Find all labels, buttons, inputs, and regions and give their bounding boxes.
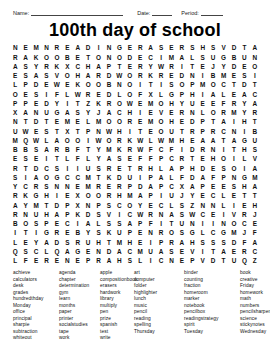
grid-cell: D (187, 118, 197, 127)
grid-cell: S (20, 248, 30, 257)
grid-cell: S (208, 44, 218, 53)
grid-cell: A (198, 174, 208, 183)
grid-cell: L (198, 229, 208, 238)
grid-cell: L (187, 53, 197, 62)
grid-cell: H (41, 192, 51, 201)
grid-cell: R (10, 164, 20, 173)
grid-cell: I (73, 220, 83, 229)
grid-cell: H (83, 63, 93, 72)
grid-cell: T (20, 229, 30, 238)
grid-cell: M (198, 81, 208, 90)
grid-cell: W (104, 127, 114, 136)
grid-cell: C (62, 174, 72, 183)
grid-cell: H (145, 164, 155, 173)
grid-cell: I (156, 81, 166, 90)
grid-cell: C (73, 63, 83, 72)
grid-cell: S (218, 164, 228, 173)
grid-cell: W (156, 137, 166, 146)
grid-cell: L (156, 164, 166, 173)
grid-cell: U (250, 137, 260, 146)
grid-cell: M (104, 146, 114, 155)
grid-cell: A (10, 63, 20, 72)
grid-cell: U (41, 109, 51, 118)
grid-cell: R (52, 229, 62, 238)
grid-cell: N (93, 127, 103, 136)
grid-cell: E (177, 118, 187, 127)
grid-cell: R (177, 155, 187, 164)
grid-cell: O (156, 100, 166, 109)
grid-cell: S (31, 146, 41, 155)
grid-cell: E (62, 229, 72, 238)
grid-cell: P (10, 100, 20, 109)
grid-cell: T (177, 127, 187, 136)
grid-cell: H (239, 118, 249, 127)
grid-cell: V (218, 44, 228, 53)
grid-cell: A (166, 164, 176, 173)
grid-cell: A (145, 183, 155, 192)
grid-cell: N (52, 183, 62, 192)
grid-cell: W (125, 100, 135, 109)
grid-cell: D (239, 81, 249, 90)
grid-cell: D (187, 146, 197, 155)
grid-cell: E (73, 257, 83, 266)
grid-cell: F (250, 229, 260, 238)
grid-cell: L (62, 90, 72, 99)
grid-cell: W (31, 137, 41, 146)
grid-cell: W (52, 81, 62, 90)
name-blank-line[interactable] (31, 11, 123, 16)
grid-cell: J (239, 229, 249, 238)
grid-cell: Y (31, 238, 41, 247)
grid-cell: M (31, 44, 41, 53)
grid-cell: E (145, 127, 155, 136)
grid-cell: P (198, 127, 208, 136)
grid-cell: L (114, 90, 124, 99)
grid-cell: H (187, 90, 197, 99)
grid-cell: Y (20, 201, 30, 210)
grid-cell: Y (31, 63, 41, 72)
grid-cell: C (208, 229, 218, 238)
name-label: Name: (13, 10, 29, 16)
grid-cell: V (229, 211, 239, 220)
grid-cell: D (31, 118, 41, 127)
grid-cell: T (83, 146, 93, 155)
grid-cell: C (156, 257, 166, 266)
grid-cell: D (31, 164, 41, 173)
grid-cell: U (177, 220, 187, 229)
grid-cell: W (93, 137, 103, 146)
grid-cell: H (177, 137, 187, 146)
grid-cell: H (239, 183, 249, 192)
grid-cell: S (125, 257, 135, 266)
grid-cell: R (166, 238, 176, 247)
grid-cell: L (156, 90, 166, 99)
grid-cell: A (114, 248, 124, 257)
grid-cell: P (156, 238, 166, 247)
grid-cell: M (83, 174, 93, 183)
grid-cell: R (114, 137, 124, 146)
grid-cell: A (239, 90, 249, 99)
grid-cell: K (104, 229, 114, 238)
grid-cell: F (20, 257, 30, 266)
grid-cell: P (156, 155, 166, 164)
grid-cell: P (83, 127, 93, 136)
grid-cell: I (114, 211, 124, 220)
word-list-item: pencilsharpener (240, 309, 270, 316)
grid-cell: O (125, 81, 135, 90)
period-blank-line[interactable] (201, 11, 223, 16)
grid-cell: T (135, 127, 145, 136)
grid-cell: O (10, 90, 20, 99)
grid-cell: I (156, 53, 166, 62)
grid-cell: I (218, 146, 228, 155)
grid-cell: I (125, 127, 135, 136)
grid-cell: P (135, 220, 145, 229)
grid-cell: E (135, 238, 145, 247)
grid-cell: R (239, 211, 249, 220)
grid-cell: C (156, 146, 166, 155)
grid-cell: E (125, 155, 135, 164)
grid-cell: T (187, 63, 197, 72)
grid-cell: S (10, 174, 20, 183)
grid-cell: H (208, 155, 218, 164)
grid-cell: J (208, 63, 218, 72)
grid-cell: R (73, 238, 83, 247)
grid-cell: I (177, 63, 187, 72)
grid-cell: G (52, 109, 62, 118)
grid-cell: T (250, 192, 260, 201)
grid-cell: T (52, 155, 62, 164)
grid-cell: F (239, 238, 249, 247)
grid-cell: P (62, 201, 72, 210)
grid-cell: I (198, 72, 208, 81)
grid-cell: S (156, 44, 166, 53)
grid-cell: R (52, 44, 62, 53)
grid-cell: E (104, 183, 114, 192)
grid-cell: J (250, 211, 260, 220)
grid-cell: N (145, 229, 155, 238)
grid-cell: L (218, 201, 228, 210)
grid-cell: T (145, 81, 155, 90)
grid-cell: N (114, 81, 124, 90)
word-list-column: agendachapterdeterminationgymlearnmonths… (59, 270, 100, 342)
grid-cell: E (229, 72, 239, 81)
grid-cell: K (93, 100, 103, 109)
grid-cell: S (198, 53, 208, 62)
grid-cell: N (187, 220, 197, 229)
grid-cell: P (198, 183, 208, 192)
grid-cell: L (239, 155, 249, 164)
grid-cell: D (52, 238, 62, 247)
period-label: Period: (181, 10, 198, 16)
grid-cell: A (83, 220, 93, 229)
grid-cell: A (250, 238, 260, 247)
grid-cell: S (93, 229, 103, 238)
grid-cell: A (166, 211, 176, 220)
grid-cell: R (104, 164, 114, 173)
grid-cell: E (229, 248, 239, 257)
grid-cell: C (250, 90, 260, 99)
grid-cell: S (62, 238, 72, 247)
grid-cell: R (114, 183, 124, 192)
grid-cell: Y (93, 146, 103, 155)
grid-cell: A (156, 248, 166, 257)
grid-cell: D (229, 63, 239, 72)
grid-cell: M (10, 137, 20, 146)
grid-cell: X (177, 183, 187, 192)
grid-cell: O (114, 118, 124, 127)
grid-cell: Q (52, 248, 62, 257)
grid-cell: I (156, 192, 166, 201)
grid-cell: A (41, 238, 51, 247)
grid-cell: S (104, 220, 114, 229)
grid-cell: N (20, 211, 30, 220)
grid-cell: E (52, 118, 62, 127)
grid-cell: Y (239, 100, 249, 109)
grid-cell: E (177, 248, 187, 257)
grid-cell: V (187, 248, 197, 257)
grid-cell: G (31, 192, 41, 201)
word-list-column: artcomputerfolderhighlighterlunchmusicpe… (134, 270, 184, 342)
grid-cell: L (41, 248, 51, 257)
grid-cell: O (41, 174, 51, 183)
grid-cell: K (31, 53, 41, 62)
grid-cell: A (135, 192, 145, 201)
grid-cell: C (156, 201, 166, 210)
grid-cell: K (104, 174, 114, 183)
grid-cell: P (41, 220, 51, 229)
grid-cell: F (52, 90, 62, 99)
grid-cell: Y (83, 109, 93, 118)
grid-cell: E (93, 90, 103, 99)
grid-cell: R (83, 90, 93, 99)
grid-cell: A (62, 109, 72, 118)
grid-cell: R (135, 63, 145, 72)
grid-cell: E (20, 44, 30, 53)
grid-cell: R (187, 127, 197, 136)
grid-cell: O (114, 53, 124, 62)
grid-cell: O (83, 81, 93, 90)
grid-cell: M (229, 229, 239, 238)
grid-cell: R (135, 72, 145, 81)
grid-cell: R (156, 229, 166, 238)
word-list-column: applecompositionbookerasershardworklibra… (100, 270, 134, 342)
grid-cell: H (125, 238, 135, 247)
grid-cell: E (73, 118, 83, 127)
grid-cell: G (218, 53, 228, 62)
grid-cell: X (73, 192, 83, 201)
grid-cell: E (125, 44, 135, 53)
grid-cell: U (114, 229, 124, 238)
grid-cell: N (10, 44, 20, 53)
grid-cell: S (52, 164, 62, 173)
grid-cell: A (31, 174, 41, 183)
grid-cell: U (31, 211, 41, 220)
grid-cell: G (41, 229, 51, 238)
grid-cell: E (145, 109, 155, 118)
grid-cell: N (10, 118, 20, 127)
grid-cell: I (250, 72, 260, 81)
grid-cell: N (62, 257, 72, 266)
grid-cell: T (166, 220, 176, 229)
grid-cell: R (156, 72, 166, 81)
grid-cell: X (10, 109, 20, 118)
grid-cell: S (104, 201, 114, 210)
grid-cell: D (41, 100, 51, 109)
grid-cell: G (73, 248, 83, 257)
grid-cell: P (104, 63, 114, 72)
grid-cell: I (83, 137, 93, 146)
grid-cell: L (218, 90, 228, 99)
grid-cell: C (114, 109, 124, 118)
grid-cell: Y (135, 201, 145, 210)
grid-cell: Z (187, 201, 197, 210)
grid-cell: O (104, 118, 114, 127)
grid-cell: E (166, 109, 176, 118)
grid-cell: R (41, 63, 51, 72)
date-label: Date: (137, 10, 150, 16)
grid-cell: B (10, 146, 20, 155)
grid-cell: S (93, 211, 103, 220)
grid-cell: T (41, 201, 51, 210)
grid-cell: R (125, 146, 135, 155)
grid-cell: E (73, 183, 83, 192)
grid-cell: M (229, 109, 239, 118)
grid-cell: T (239, 192, 249, 201)
grid-cell: M (250, 174, 260, 183)
grid-cell: H (125, 109, 135, 118)
grid-cell: A (10, 201, 20, 210)
grid-cell: A (125, 220, 135, 229)
grid-cell: F (145, 146, 155, 155)
word-list-column: bookcreativeFridayhomeworkmathnumberspen… (240, 270, 270, 342)
grid-cell: R (166, 63, 176, 72)
grid-cell: E (198, 100, 208, 109)
grid-cell: R (93, 72, 103, 81)
grid-cell: F (135, 90, 145, 99)
grid-cell: K (114, 146, 124, 155)
grid-cell: T (83, 53, 93, 62)
grid-cell: I (229, 201, 239, 210)
grid-cell: I (198, 90, 208, 99)
grid-cell: I (41, 90, 51, 99)
grid-cell: N (62, 183, 72, 192)
worksheet-header: Name: Date: Period: (0, 0, 270, 16)
grid-cell: E (83, 248, 93, 257)
grid-cell: R (41, 257, 51, 266)
grid-cell: V (52, 72, 62, 81)
grid-cell: N (198, 201, 208, 210)
grid-cell: E (208, 183, 218, 192)
grid-cell: V (104, 211, 114, 220)
grid-cell: P (145, 192, 155, 201)
grid-cell: O (93, 192, 103, 201)
grid-cell: E (52, 257, 62, 266)
grid-cell: O (41, 53, 51, 62)
grid-cell: P (156, 183, 166, 192)
grid-cell: T (218, 137, 228, 146)
grid-cell: C (166, 183, 176, 192)
grid-cell: S (208, 238, 218, 247)
grid-cell: T (208, 248, 218, 257)
grid-cell: E (31, 127, 41, 136)
grid-cell: N (250, 53, 260, 62)
grid-cell: I (73, 164, 83, 173)
grid-cell: D (114, 174, 124, 183)
grid-cell: I (208, 220, 218, 229)
grid-cell: I (218, 211, 228, 220)
grid-cell: Y (239, 109, 249, 118)
grid-cell: H (41, 211, 51, 220)
grid-cell: E (198, 155, 208, 164)
grid-cell: E (52, 220, 62, 229)
grid-cell: S (41, 72, 51, 81)
grid-cell: O (114, 100, 124, 109)
grid-cell: O (62, 137, 72, 146)
grid-cell: M (166, 53, 176, 62)
grid-cell: J (93, 109, 103, 118)
grid-cell: Y (218, 63, 228, 72)
date-blank-line[interactable] (152, 11, 172, 16)
grid-cell: P (20, 100, 30, 109)
grid-cell: S (250, 146, 260, 155)
grid-cell: K (145, 72, 155, 81)
grid-cell: Y (177, 100, 187, 109)
grid-cell: P (198, 118, 208, 127)
grid-cell: R (10, 53, 20, 62)
grid-cell: A (52, 211, 62, 220)
grid-cell: R (93, 257, 103, 266)
grid-cell: C (218, 127, 228, 136)
grid-cell: I (135, 174, 145, 183)
grid-cell: K (20, 192, 30, 201)
grid-cell: B (104, 81, 114, 90)
grid-cell: N (83, 201, 93, 210)
grid-cell: M (83, 183, 93, 192)
grid-cell: P (187, 257, 197, 266)
grid-cell: Y (10, 183, 20, 192)
grid-cell: E (135, 229, 145, 238)
grid-cell: Z (83, 100, 93, 109)
grid-cell: R (93, 183, 103, 192)
grid-cell: E (135, 53, 145, 62)
grid-cell: M (135, 248, 145, 257)
grid-cell: T (208, 118, 218, 127)
grid-cell: T (229, 146, 239, 155)
grid-cell: D (187, 174, 197, 183)
grid-cell: L (62, 155, 72, 164)
grid-cell: F (208, 174, 218, 183)
grid-cell: U (166, 127, 176, 136)
grid-cell: K (73, 211, 83, 220)
grid-cell: S (166, 81, 176, 90)
grid-cell: H (73, 72, 83, 81)
grid-cell: N (208, 201, 218, 210)
grid-cell: S (20, 72, 30, 81)
grid-cell: A (208, 90, 218, 99)
grid-cell: R (52, 146, 62, 155)
grid-cell: S (177, 201, 187, 210)
grid-cell: N (218, 220, 228, 229)
grid-cell: I (135, 81, 145, 90)
grid-cell: T (104, 238, 114, 247)
grid-cell: N (93, 248, 103, 257)
grid-cell: I (20, 174, 30, 183)
grid-cell: M (166, 137, 176, 146)
grid-cell: B (10, 220, 20, 229)
grid-cell: O (208, 109, 218, 118)
grid-cell: I (239, 127, 249, 136)
